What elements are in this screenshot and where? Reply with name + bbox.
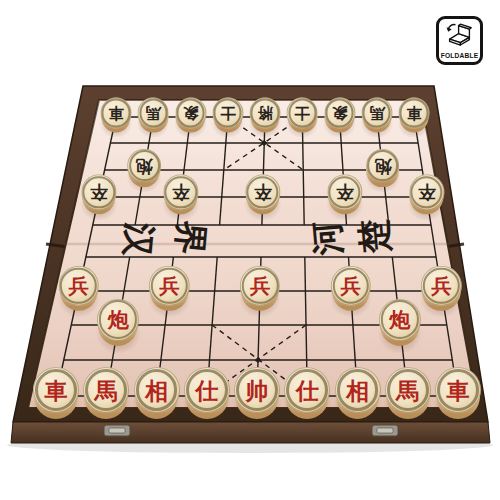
metal-clasp-right: [372, 425, 398, 436]
foldable-label: FOLDABLE: [441, 52, 479, 59]
case-front: [11, 422, 490, 443]
foldable-board-icon: [443, 22, 476, 49]
river-inscription-left-1: 汉: [118, 220, 161, 259]
river-inscription-right-2: 楚: [353, 217, 396, 255]
river-inscription-left-2: 界: [170, 218, 213, 256]
foldable-badge: FOLDABLE: [436, 16, 483, 65]
metal-clasp-left: [104, 425, 130, 436]
product-photo: 汉界河楚 車 馬 象 士 將 士: [0, 0, 500, 500]
river-inscription-right-1: 河: [306, 219, 349, 257]
xiangqi-board: 汉界河楚: [0, 0, 500, 500]
